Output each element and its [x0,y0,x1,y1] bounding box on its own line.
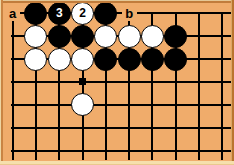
stone-black [48,25,71,48]
stone-white [24,48,47,71]
stone-black [71,25,94,48]
go-diagram: ab32 [0,0,234,165]
go-board-grid: ab32 [1,2,234,162]
stone-black [141,48,164,71]
point-label-b: b [122,5,137,21]
stone-black-move-3: 3 [48,2,71,25]
stone-white-move-2: 2 [71,2,94,25]
frame-edge-bottom [0,161,234,165]
stone-black [164,25,187,48]
point-label-a: a [5,5,20,21]
stone-white [24,25,47,48]
stone-white [48,48,71,71]
frame-edge-top [0,0,234,3]
hoshi-marker [79,78,86,85]
stone-white [71,48,94,71]
stone-black [118,48,141,71]
frame-edge-left [0,0,3,165]
stone-black [24,2,47,25]
stone-black [94,2,117,25]
frame-edge-right [231,0,234,165]
stone-black [94,48,117,71]
stone-black [164,48,187,71]
stone-white [71,93,94,116]
stone-white [118,25,141,48]
stone-white [141,25,164,48]
stone-white [94,25,117,48]
